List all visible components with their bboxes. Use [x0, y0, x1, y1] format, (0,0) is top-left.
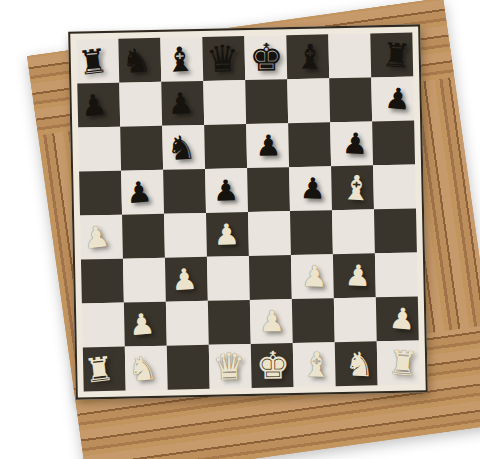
square-f5[interactable]: ♟	[289, 166, 332, 211]
square-c2[interactable]	[166, 301, 209, 346]
black-queen: ♛	[206, 39, 240, 77]
black-pawn: ♟	[79, 89, 108, 121]
square-g5[interactable]: ♝	[331, 165, 374, 210]
square-d7[interactable]	[203, 80, 246, 125]
chess-board: ♜♞♝♛♚♝♜♟♟♟♞♟♟♟♟♟♝♟♟♟♟♟♟♟♟♜♞♛♚♝♞♜	[76, 33, 419, 392]
black-bishop: ♝	[294, 39, 325, 74]
square-h4[interactable]	[374, 208, 417, 253]
square-c4[interactable]	[164, 213, 207, 258]
square-e3[interactable]	[249, 255, 292, 300]
black-knight: ♞	[120, 43, 152, 79]
square-h2[interactable]: ♟	[376, 296, 419, 341]
square-e6[interactable]: ♟	[246, 123, 289, 168]
square-a2[interactable]	[82, 303, 125, 348]
square-g3[interactable]: ♟	[333, 253, 376, 298]
white-pawn: ♟	[128, 309, 157, 340]
white-king: ♚	[256, 346, 290, 384]
square-c5[interactable]	[163, 169, 206, 214]
square-f6[interactable]	[288, 122, 331, 167]
square-b2[interactable]: ♟	[124, 302, 167, 347]
square-f2[interactable]	[292, 298, 335, 343]
black-king: ♚	[249, 38, 283, 76]
square-b6[interactable]	[120, 126, 163, 171]
white-rook: ♜	[387, 345, 419, 380]
square-b3[interactable]	[123, 258, 166, 303]
chessboard-photo: ♜♞♝♛♚♝♜♟♟♟♞♟♟♟♟♟♝♟♟♟♟♟♟♟♟♜♞♛♚♝♞♜	[0, 0, 480, 459]
square-a5[interactable]	[79, 171, 122, 216]
square-b1[interactable]: ♞	[125, 346, 168, 391]
square-b5[interactable]: ♟	[121, 170, 164, 215]
black-pawn: ♟	[167, 88, 195, 119]
square-e7[interactable]	[245, 79, 288, 124]
black-pawn: ♟	[125, 177, 154, 208]
square-a6[interactable]	[78, 127, 121, 172]
square-c7[interactable]: ♟	[161, 81, 204, 126]
white-pawn: ♟	[82, 221, 111, 253]
square-a1[interactable]: ♜	[83, 347, 126, 392]
square-g6[interactable]: ♟	[330, 121, 373, 166]
white-pawn: ♟	[170, 264, 198, 295]
square-f4[interactable]	[290, 210, 333, 255]
square-g8[interactable]	[328, 33, 371, 78]
black-pawn: ♟	[299, 174, 326, 204]
square-h8[interactable]: ♜	[370, 33, 413, 78]
square-c6[interactable]: ♞	[162, 125, 205, 170]
black-pawn: ♟	[341, 129, 368, 159]
black-rook: ♜	[381, 37, 413, 72]
square-e8[interactable]: ♚	[244, 35, 287, 80]
square-a4[interactable]: ♟	[80, 215, 123, 260]
square-d2[interactable]	[208, 300, 251, 345]
square-a8[interactable]: ♜	[76, 39, 119, 84]
white-rook: ♜	[83, 351, 116, 387]
square-b7[interactable]	[119, 82, 162, 127]
square-f8[interactable]: ♝	[286, 34, 329, 79]
white-pawn: ♟	[259, 307, 285, 336]
white-pawn: ♟	[213, 220, 240, 250]
black-pawn: ♟	[383, 83, 411, 114]
square-b8[interactable]: ♞	[118, 38, 161, 83]
square-g7[interactable]	[329, 77, 372, 122]
square-e2[interactable]: ♟	[250, 299, 293, 344]
square-f1[interactable]: ♝	[293, 342, 336, 387]
black-pawn: ♟	[255, 131, 281, 160]
square-f7[interactable]	[287, 78, 330, 123]
square-c8[interactable]: ♝	[160, 37, 203, 82]
square-e1[interactable]: ♚	[251, 343, 294, 388]
square-g2[interactable]	[334, 297, 377, 342]
white-pawn: ♟	[388, 303, 416, 334]
square-d1[interactable]: ♛	[209, 344, 252, 389]
square-b4[interactable]	[122, 214, 165, 259]
white-pawn: ♟	[301, 262, 328, 292]
square-a3[interactable]	[81, 259, 124, 304]
square-a7[interactable]: ♟	[77, 83, 120, 128]
white-knight: ♞	[344, 346, 375, 380]
square-h1[interactable]: ♜	[377, 340, 420, 385]
square-e4[interactable]	[248, 211, 291, 256]
square-g1[interactable]: ♞	[335, 341, 378, 386]
square-c1[interactable]	[167, 345, 210, 390]
white-queen: ♛	[212, 347, 246, 385]
black-rook: ♜	[76, 43, 109, 79]
black-knight: ♞	[166, 130, 198, 165]
black-pawn: ♟	[212, 176, 239, 206]
white-bishop: ♝	[301, 347, 332, 382]
square-h3[interactable]	[375, 252, 418, 297]
white-knight: ♞	[127, 350, 159, 386]
square-d3[interactable]	[207, 256, 250, 301]
square-d8[interactable]: ♛	[202, 36, 245, 81]
white-bishop: ♝	[340, 170, 372, 205]
square-h6[interactable]	[372, 121, 415, 166]
board-panel: ♜♞♝♛♚♝♜♟♟♟♞♟♟♟♟♟♝♟♟♟♟♟♟♟♟♜♞♛♚♝♞♜	[68, 24, 428, 399]
square-d5[interactable]: ♟	[205, 168, 248, 213]
square-g4[interactable]	[332, 209, 375, 254]
white-pawn: ♟	[344, 261, 371, 291]
square-d4[interactable]: ♟	[206, 212, 249, 257]
square-d6[interactable]	[204, 124, 247, 169]
square-e5[interactable]	[247, 167, 290, 212]
square-h7[interactable]: ♟	[371, 77, 414, 122]
square-f3[interactable]: ♟	[291, 254, 334, 299]
black-bishop: ♝	[163, 41, 196, 77]
square-h5[interactable]	[373, 164, 416, 209]
square-c3[interactable]: ♟	[165, 257, 208, 302]
